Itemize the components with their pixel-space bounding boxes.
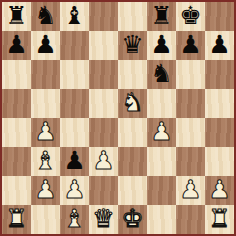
square-d8[interactable] bbox=[89, 2, 118, 31]
square-e7[interactable]: ♛ bbox=[118, 31, 147, 60]
square-b5[interactable] bbox=[31, 89, 60, 118]
square-b6[interactable] bbox=[31, 60, 60, 89]
black-pawn[interactable]: ♟ bbox=[205, 31, 234, 60]
black-queen[interactable]: ♛ bbox=[118, 31, 147, 60]
square-d7[interactable] bbox=[89, 31, 118, 60]
square-c7[interactable] bbox=[60, 31, 89, 60]
square-e2[interactable] bbox=[118, 176, 147, 205]
square-a1[interactable]: ♜ bbox=[2, 205, 31, 234]
chess-board: ♜♞♝♜♚♟♟♛♟♟♟♞♞♟♟♝♟♟♟♟♟♟♜♝♛♚♜ bbox=[2, 2, 234, 234]
square-h8[interactable] bbox=[205, 2, 234, 31]
white-pawn[interactable]: ♟ bbox=[31, 118, 60, 147]
square-d3[interactable]: ♟ bbox=[89, 147, 118, 176]
square-g3[interactable] bbox=[176, 147, 205, 176]
square-b8[interactable]: ♞ bbox=[31, 2, 60, 31]
square-f1[interactable] bbox=[147, 205, 176, 234]
white-pawn[interactable]: ♟ bbox=[205, 176, 234, 205]
white-bishop[interactable]: ♝ bbox=[31, 147, 60, 176]
square-f8[interactable]: ♜ bbox=[147, 2, 176, 31]
black-rook[interactable]: ♜ bbox=[147, 2, 176, 31]
square-b1[interactable] bbox=[31, 205, 60, 234]
square-g7[interactable]: ♟ bbox=[176, 31, 205, 60]
square-a5[interactable] bbox=[2, 89, 31, 118]
white-pawn[interactable]: ♟ bbox=[147, 118, 176, 147]
square-f2[interactable] bbox=[147, 176, 176, 205]
white-pawn[interactable]: ♟ bbox=[89, 147, 118, 176]
square-h6[interactable] bbox=[205, 60, 234, 89]
square-a7[interactable]: ♟ bbox=[2, 31, 31, 60]
square-d2[interactable] bbox=[89, 176, 118, 205]
square-h1[interactable]: ♜ bbox=[205, 205, 234, 234]
square-g5[interactable] bbox=[176, 89, 205, 118]
white-queen[interactable]: ♛ bbox=[89, 205, 118, 234]
square-h7[interactable]: ♟ bbox=[205, 31, 234, 60]
white-king[interactable]: ♚ bbox=[118, 205, 147, 234]
square-c4[interactable] bbox=[60, 118, 89, 147]
square-g4[interactable] bbox=[176, 118, 205, 147]
square-d4[interactable] bbox=[89, 118, 118, 147]
black-pawn[interactable]: ♟ bbox=[176, 31, 205, 60]
square-f4[interactable]: ♟ bbox=[147, 118, 176, 147]
square-a8[interactable]: ♜ bbox=[2, 2, 31, 31]
square-h3[interactable] bbox=[205, 147, 234, 176]
square-h2[interactable]: ♟ bbox=[205, 176, 234, 205]
square-f3[interactable] bbox=[147, 147, 176, 176]
square-e1[interactable]: ♚ bbox=[118, 205, 147, 234]
board-frame: ♜♞♝♜♚♟♟♛♟♟♟♞♞♟♟♝♟♟♟♟♟♟♜♝♛♚♜ bbox=[0, 0, 236, 236]
white-knight[interactable]: ♞ bbox=[118, 89, 147, 118]
square-g2[interactable]: ♟ bbox=[176, 176, 205, 205]
square-g6[interactable] bbox=[176, 60, 205, 89]
square-c8[interactable]: ♝ bbox=[60, 2, 89, 31]
square-h4[interactable] bbox=[205, 118, 234, 147]
square-c2[interactable]: ♟ bbox=[60, 176, 89, 205]
square-b4[interactable]: ♟ bbox=[31, 118, 60, 147]
black-knight[interactable]: ♞ bbox=[31, 2, 60, 31]
white-rook[interactable]: ♜ bbox=[2, 205, 31, 234]
black-knight[interactable]: ♞ bbox=[147, 60, 176, 89]
square-b7[interactable]: ♟ bbox=[31, 31, 60, 60]
square-a4[interactable] bbox=[2, 118, 31, 147]
square-d6[interactable] bbox=[89, 60, 118, 89]
square-e5[interactable]: ♞ bbox=[118, 89, 147, 118]
square-e6[interactable] bbox=[118, 60, 147, 89]
black-pawn[interactable]: ♟ bbox=[60, 147, 89, 176]
black-pawn[interactable]: ♟ bbox=[2, 31, 31, 60]
white-pawn[interactable]: ♟ bbox=[176, 176, 205, 205]
square-e8[interactable] bbox=[118, 2, 147, 31]
square-b2[interactable]: ♟ bbox=[31, 176, 60, 205]
square-c6[interactable] bbox=[60, 60, 89, 89]
square-c1[interactable]: ♝ bbox=[60, 205, 89, 234]
black-king[interactable]: ♚ bbox=[176, 2, 205, 31]
square-c3[interactable]: ♟ bbox=[60, 147, 89, 176]
black-pawn[interactable]: ♟ bbox=[147, 31, 176, 60]
square-g1[interactable] bbox=[176, 205, 205, 234]
white-bishop[interactable]: ♝ bbox=[60, 205, 89, 234]
black-rook[interactable]: ♜ bbox=[2, 2, 31, 31]
square-f7[interactable]: ♟ bbox=[147, 31, 176, 60]
white-pawn[interactable]: ♟ bbox=[60, 176, 89, 205]
square-b3[interactable]: ♝ bbox=[31, 147, 60, 176]
square-a6[interactable] bbox=[2, 60, 31, 89]
square-d5[interactable] bbox=[89, 89, 118, 118]
white-pawn[interactable]: ♟ bbox=[31, 176, 60, 205]
square-a3[interactable] bbox=[2, 147, 31, 176]
square-a2[interactable] bbox=[2, 176, 31, 205]
square-f6[interactable]: ♞ bbox=[147, 60, 176, 89]
white-rook[interactable]: ♜ bbox=[205, 205, 234, 234]
square-g8[interactable]: ♚ bbox=[176, 2, 205, 31]
square-d1[interactable]: ♛ bbox=[89, 205, 118, 234]
square-e4[interactable] bbox=[118, 118, 147, 147]
square-e3[interactable] bbox=[118, 147, 147, 176]
square-c5[interactable] bbox=[60, 89, 89, 118]
black-pawn[interactable]: ♟ bbox=[31, 31, 60, 60]
square-h5[interactable] bbox=[205, 89, 234, 118]
black-bishop[interactable]: ♝ bbox=[60, 2, 89, 31]
square-f5[interactable] bbox=[147, 89, 176, 118]
